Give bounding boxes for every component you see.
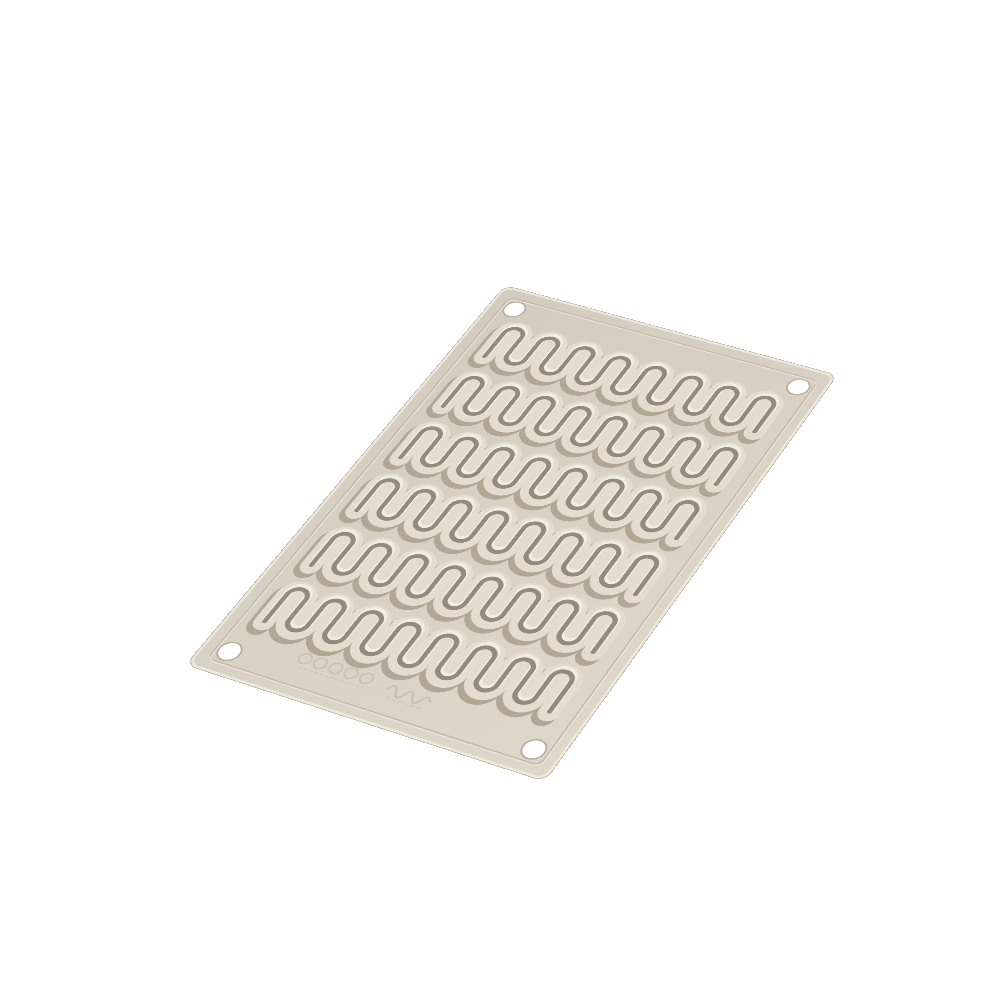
mold-drawing — [185, 285, 838, 782]
silicone-mold — [185, 285, 838, 782]
product-photo-stage — [0, 0, 1000, 1000]
